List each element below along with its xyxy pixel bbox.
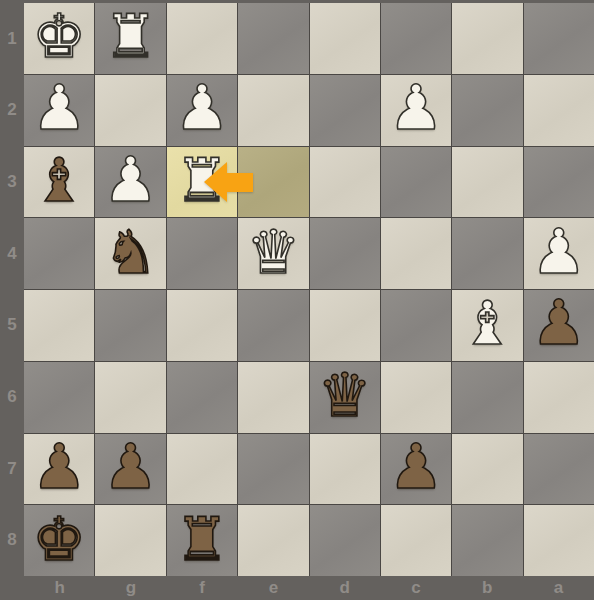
square-c8[interactable] <box>381 505 451 576</box>
piece-white-pawn[interactable]: ♟ <box>174 77 230 139</box>
rank-label-6: 6 <box>0 361 24 433</box>
square-c4[interactable] <box>381 218 451 289</box>
rank-label-8: 8 <box>0 504 24 576</box>
square-c2[interactable]: ♟ <box>381 75 451 146</box>
square-a8[interactable] <box>524 505 594 576</box>
piece-black-knight[interactable]: ♞ <box>104 222 158 282</box>
file-labels: hgfedcba <box>24 576 594 600</box>
chess-board: ♚♜♟♟♟♝♟♜♞♛♟♝♟♛♟♟♟♚♜ <box>24 3 594 576</box>
file-label-d: d <box>309 576 380 600</box>
rank-label-4: 4 <box>0 218 24 290</box>
piece-white-king[interactable]: ♚ <box>32 6 86 66</box>
square-d6[interactable]: ♛ <box>310 362 380 433</box>
square-g8[interactable] <box>95 505 165 576</box>
square-c1[interactable] <box>381 3 451 74</box>
file-label-c: c <box>380 576 451 600</box>
file-label-h: h <box>24 576 95 600</box>
move-hint-arrow <box>204 162 253 202</box>
square-c7[interactable]: ♟ <box>381 434 451 505</box>
square-c6[interactable] <box>381 362 451 433</box>
square-b7[interactable] <box>452 434 522 505</box>
square-f2[interactable]: ♟ <box>167 75 237 146</box>
square-g5[interactable] <box>95 290 165 361</box>
piece-white-pawn[interactable]: ♟ <box>31 77 87 139</box>
square-b4[interactable] <box>452 218 522 289</box>
square-d7[interactable] <box>310 434 380 505</box>
square-g6[interactable] <box>95 362 165 433</box>
rank-label-3: 3 <box>0 146 24 218</box>
piece-white-bishop[interactable]: ♝ <box>461 293 515 353</box>
square-b3[interactable] <box>452 147 522 218</box>
square-h4[interactable] <box>24 218 94 289</box>
piece-black-pawn[interactable]: ♟ <box>31 436 87 498</box>
file-label-b: b <box>452 576 523 600</box>
square-d3[interactable] <box>310 147 380 218</box>
square-f6[interactable] <box>167 362 237 433</box>
square-e8[interactable] <box>238 505 308 576</box>
square-f5[interactable] <box>167 290 237 361</box>
square-g3[interactable]: ♟ <box>95 147 165 218</box>
square-a3[interactable] <box>524 147 594 218</box>
rank-labels: 12345678 <box>0 3 24 576</box>
square-g4[interactable]: ♞ <box>95 218 165 289</box>
square-h7[interactable]: ♟ <box>24 434 94 505</box>
square-h2[interactable]: ♟ <box>24 75 94 146</box>
rank-label-1: 1 <box>0 3 24 75</box>
piece-black-rook[interactable]: ♜ <box>175 509 229 569</box>
square-c3[interactable] <box>381 147 451 218</box>
chess-app-page: 12345678 ♚♜♟♟♟♝♟♜♞♛♟♝♟♛♟♟♟♚♜ hgfedcba <box>0 0 594 600</box>
square-b1[interactable] <box>452 3 522 74</box>
square-a5[interactable]: ♟ <box>524 290 594 361</box>
square-f1[interactable] <box>167 3 237 74</box>
file-label-f: f <box>167 576 238 600</box>
rank-label-5: 5 <box>0 290 24 362</box>
arrow-tail <box>227 173 253 192</box>
file-label-a: a <box>523 576 594 600</box>
square-a6[interactable] <box>524 362 594 433</box>
piece-white-pawn[interactable]: ♟ <box>103 149 159 211</box>
square-e5[interactable] <box>238 290 308 361</box>
piece-black-bishop[interactable]: ♝ <box>32 150 86 210</box>
rank-label-2: 2 <box>0 75 24 147</box>
square-f8[interactable]: ♜ <box>167 505 237 576</box>
square-a2[interactable] <box>524 75 594 146</box>
square-e1[interactable] <box>238 3 308 74</box>
square-a1[interactable] <box>524 3 594 74</box>
square-e4[interactable]: ♛ <box>238 218 308 289</box>
piece-white-pawn[interactable]: ♟ <box>531 221 587 283</box>
square-h3[interactable]: ♝ <box>24 147 94 218</box>
square-e2[interactable] <box>238 75 308 146</box>
file-label-e: e <box>238 576 309 600</box>
piece-white-queen[interactable]: ♛ <box>246 222 300 282</box>
piece-black-pawn[interactable]: ♟ <box>103 436 159 498</box>
square-b8[interactable] <box>452 505 522 576</box>
square-d8[interactable] <box>310 505 380 576</box>
square-c5[interactable] <box>381 290 451 361</box>
piece-black-pawn[interactable]: ♟ <box>388 436 444 498</box>
square-g1[interactable]: ♜ <box>95 3 165 74</box>
piece-white-rook[interactable]: ♜ <box>104 6 158 66</box>
square-b5[interactable]: ♝ <box>452 290 522 361</box>
square-g2[interactable] <box>95 75 165 146</box>
square-h8[interactable]: ♚ <box>24 505 94 576</box>
square-h6[interactable] <box>24 362 94 433</box>
square-d4[interactable] <box>310 218 380 289</box>
rank-label-7: 7 <box>0 433 24 505</box>
square-d1[interactable] <box>310 3 380 74</box>
file-label-g: g <box>95 576 166 600</box>
square-b6[interactable] <box>452 362 522 433</box>
square-e6[interactable] <box>238 362 308 433</box>
square-a7[interactable] <box>524 434 594 505</box>
square-f4[interactable] <box>167 218 237 289</box>
arrow-head-icon <box>204 162 227 202</box>
piece-black-king[interactable]: ♚ <box>32 509 86 569</box>
square-f7[interactable] <box>167 434 237 505</box>
square-e7[interactable] <box>238 434 308 505</box>
square-h1[interactable]: ♚ <box>24 3 94 74</box>
piece-black-pawn[interactable]: ♟ <box>531 292 587 354</box>
square-g7[interactable]: ♟ <box>95 434 165 505</box>
square-d5[interactable] <box>310 290 380 361</box>
piece-black-queen[interactable]: ♛ <box>318 365 372 425</box>
square-h5[interactable] <box>24 290 94 361</box>
piece-white-pawn[interactable]: ♟ <box>388 77 444 139</box>
square-b2[interactable] <box>452 75 522 146</box>
square-a4[interactable]: ♟ <box>524 218 594 289</box>
square-d2[interactable] <box>310 75 380 146</box>
